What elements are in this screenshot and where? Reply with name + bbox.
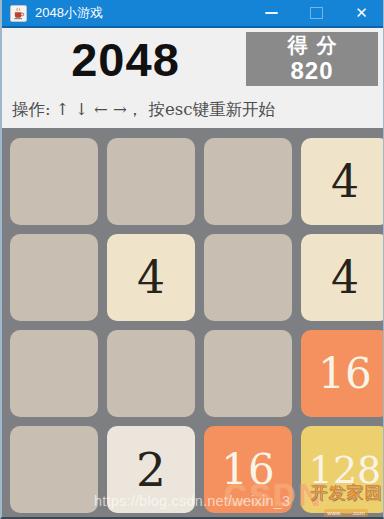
tile-r1c1: 4 bbox=[107, 234, 195, 321]
maximize-icon bbox=[310, 7, 323, 19]
tile-r0c3: 4 bbox=[301, 138, 384, 225]
app-window: 2048小游戏 ✕ 2048 得分 820 操作: ↑ ↓ ← →， 按esc键… bbox=[0, 0, 384, 519]
maximize-button[interactable] bbox=[294, 0, 339, 27]
minimize-icon bbox=[265, 12, 278, 14]
tile-r0c1 bbox=[107, 138, 195, 225]
score-value: 820 bbox=[246, 59, 378, 82]
tile-r2c0 bbox=[10, 330, 98, 417]
game-header: 2048 得分 820 bbox=[2, 28, 383, 95]
instructions-text: 操作: ↑ ↓ ← →， 按esc键重新开始 bbox=[2, 95, 383, 128]
close-button[interactable]: ✕ bbox=[339, 0, 384, 27]
window-title: 2048小游戏 bbox=[35, 4, 249, 22]
tile-r2c3: 16 bbox=[301, 330, 384, 417]
watermark-logo: 开发家园 www.·····.com bbox=[308, 484, 384, 519]
window-titlebar: 2048小游戏 ✕ bbox=[0, 0, 384, 28]
tile-r0c2 bbox=[204, 138, 292, 225]
java-app-icon bbox=[10, 5, 27, 22]
watermark-url: https://blog.csdn.net/weixin_3 bbox=[94, 493, 290, 509]
tile-r1c2 bbox=[204, 234, 292, 321]
minimize-button[interactable] bbox=[249, 0, 294, 27]
score-box: 得分 820 bbox=[246, 32, 378, 86]
tile-r2c2 bbox=[204, 330, 292, 417]
tile-r2c1 bbox=[107, 330, 195, 417]
game-board: 4 4 4 16 2 16 128 bbox=[2, 128, 383, 519]
java-cup-icon bbox=[12, 7, 25, 20]
game-title: 2048 bbox=[2, 28, 249, 95]
tile-r1c0 bbox=[10, 234, 98, 321]
watermark-logo-subtext: www.·····.com bbox=[324, 509, 367, 517]
tile-r1c3: 4 bbox=[301, 234, 384, 321]
tile-r0c0 bbox=[10, 138, 98, 225]
score-label: 得分 bbox=[246, 32, 378, 59]
watermark-logo-text: 开发家园 bbox=[308, 484, 384, 501]
tile-r3c0 bbox=[10, 426, 98, 513]
